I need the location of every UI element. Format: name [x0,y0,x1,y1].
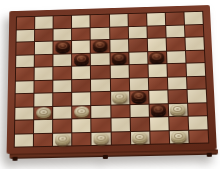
square-c4[interactable] [54,54,72,66]
square-i9[interactable] [169,117,188,130]
board-hinge [103,155,108,159]
square-a5[interactable] [16,68,34,80]
square-f2[interactable] [110,27,128,39]
square-c8[interactable] [53,106,71,119]
square-j2[interactable] [185,24,203,36]
square-f9[interactable] [111,118,130,131]
square-b5[interactable] [35,67,53,79]
dark-piece[interactable] [149,51,164,62]
square-i7[interactable] [168,90,187,103]
dark-piece[interactable] [93,40,108,51]
square-h1[interactable] [147,13,165,25]
square-g2[interactable] [128,26,146,38]
square-c1[interactable] [54,16,72,28]
square-b8[interactable] [34,107,52,120]
square-c6[interactable] [53,80,71,93]
square-b3[interactable] [35,42,53,54]
square-a3[interactable] [16,42,34,54]
light-piece[interactable] [132,131,148,142]
light-piece[interactable] [171,131,187,142]
square-i8[interactable] [169,103,188,116]
square-a9[interactable] [15,120,33,133]
square-c3[interactable] [54,41,72,53]
square-g3[interactable] [129,39,147,51]
square-j7[interactable] [187,89,206,102]
square-a10[interactable] [15,134,33,147]
square-h7[interactable] [149,90,168,103]
square-f3[interactable] [110,39,128,51]
square-e8[interactable] [92,105,110,118]
square-g1[interactable] [128,14,146,26]
board-grid [14,11,210,148]
square-a8[interactable] [15,107,33,120]
dark-piece[interactable] [74,54,89,65]
square-a6[interactable] [16,81,34,94]
square-e5[interactable] [91,66,109,79]
square-g6[interactable] [129,78,147,91]
square-i1[interactable] [166,12,184,24]
square-f6[interactable] [110,78,128,91]
square-f10[interactable] [111,132,130,145]
square-c7[interactable] [53,93,71,106]
square-e2[interactable] [91,27,109,39]
square-b9[interactable] [34,120,52,133]
square-h4[interactable] [148,51,166,63]
dark-piece[interactable] [55,41,70,52]
square-e1[interactable] [91,15,109,27]
square-i3[interactable] [166,38,184,50]
square-e7[interactable] [91,92,109,105]
square-g8[interactable] [130,104,149,117]
square-e3[interactable] [91,40,109,52]
square-c2[interactable] [54,28,72,40]
square-j6[interactable] [187,76,206,89]
square-i6[interactable] [168,77,187,90]
square-a1[interactable] [17,17,35,29]
square-j5[interactable] [186,63,205,76]
square-e10[interactable] [92,132,111,145]
draughts-board [7,5,217,154]
square-g4[interactable] [129,52,147,64]
square-d2[interactable] [72,28,90,40]
light-piece[interactable] [74,106,89,117]
dark-piece[interactable] [151,104,167,115]
square-g5[interactable] [129,65,147,78]
square-c10[interactable] [53,133,71,146]
square-b1[interactable] [35,16,53,28]
square-b2[interactable] [35,29,53,41]
square-a7[interactable] [15,94,33,107]
square-i5[interactable] [167,64,186,77]
square-e6[interactable] [91,79,109,92]
light-piece[interactable] [170,104,186,115]
square-d7[interactable] [72,92,90,105]
square-d5[interactable] [72,66,90,79]
square-b10[interactable] [34,133,52,146]
square-h3[interactable] [147,38,165,50]
square-f7[interactable] [111,91,129,104]
square-j10[interactable] [189,130,208,143]
board-frame [7,5,217,154]
square-e9[interactable] [92,119,110,132]
square-g9[interactable] [130,118,149,131]
square-j1[interactable] [184,12,202,24]
square-i2[interactable] [166,25,184,37]
square-d3[interactable] [72,40,90,52]
square-a2[interactable] [17,29,35,41]
square-b4[interactable] [35,54,53,66]
dark-piece[interactable] [131,91,146,102]
square-f4[interactable] [110,52,128,64]
photo-scene [0,0,220,169]
square-c9[interactable] [53,119,71,132]
square-g7[interactable] [130,91,149,104]
square-j3[interactable] [185,37,204,49]
light-piece[interactable] [36,107,51,118]
light-piece[interactable] [112,92,127,103]
square-h10[interactable] [150,131,169,144]
square-f8[interactable] [111,105,129,118]
square-h6[interactable] [149,77,168,90]
square-i4[interactable] [167,51,186,64]
light-piece[interactable] [93,132,108,143]
square-h9[interactable] [150,117,169,130]
square-g10[interactable] [131,131,150,144]
square-h5[interactable] [148,64,166,77]
square-d10[interactable] [73,132,91,145]
square-d1[interactable] [72,15,90,27]
dark-piece[interactable] [112,53,127,64]
square-e4[interactable] [91,53,109,65]
square-h2[interactable] [147,26,165,38]
square-b6[interactable] [35,80,53,93]
square-f1[interactable] [109,14,127,26]
square-j9[interactable] [189,116,208,129]
square-f5[interactable] [110,65,128,78]
square-d6[interactable] [72,79,90,92]
square-j8[interactable] [188,103,207,116]
square-i10[interactable] [170,130,189,143]
board-hinge [13,157,18,161]
square-b7[interactable] [34,93,52,106]
square-a4[interactable] [16,55,34,67]
square-c5[interactable] [54,67,72,80]
square-h8[interactable] [149,104,168,117]
square-j4[interactable] [186,50,205,63]
board-hinge [206,153,211,157]
light-piece[interactable] [55,133,70,144]
square-d8[interactable] [72,106,90,119]
square-d4[interactable] [72,53,90,65]
square-d9[interactable] [73,119,91,132]
